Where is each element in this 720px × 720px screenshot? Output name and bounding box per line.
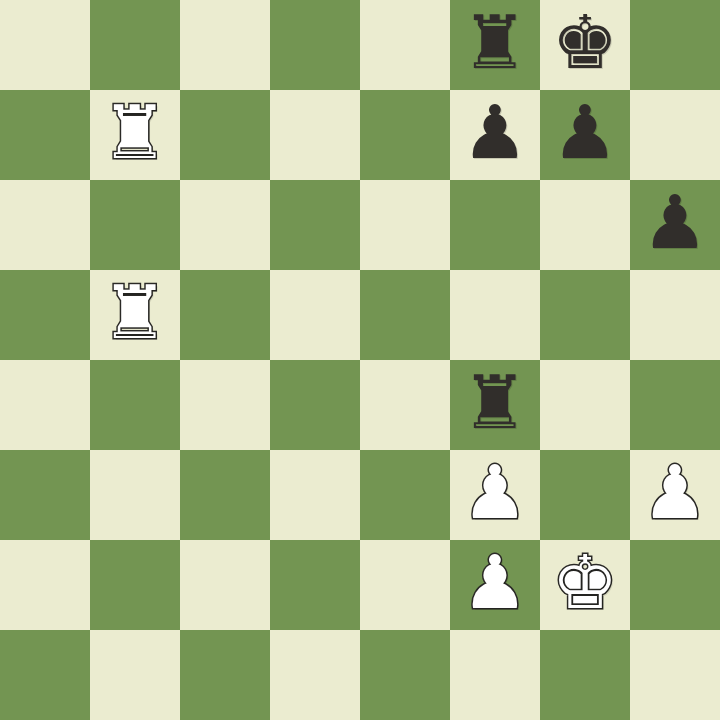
square-f5[interactable]: [450, 270, 540, 360]
piece-black-pawn[interactable]: ♟: [642, 177, 708, 267]
square-h4[interactable]: [630, 360, 720, 450]
square-c1[interactable]: [180, 630, 270, 720]
square-h3[interactable]: ♟: [630, 450, 720, 540]
square-h7[interactable]: [630, 90, 720, 180]
square-g5[interactable]: [540, 270, 630, 360]
square-a2[interactable]: [0, 540, 90, 630]
square-c8[interactable]: [180, 0, 270, 90]
piece-black-king[interactable]: ♚: [552, 0, 618, 87]
square-b2[interactable]: [90, 540, 180, 630]
square-a5[interactable]: [0, 270, 90, 360]
square-f3[interactable]: ♟: [450, 450, 540, 540]
square-a4[interactable]: [0, 360, 90, 450]
square-d6[interactable]: [270, 180, 360, 270]
square-g8[interactable]: ♚: [540, 0, 630, 90]
chess-board: ♜♚♜♟♟♟♜♜♟♟♟♚: [0, 0, 720, 720]
square-g7[interactable]: ♟: [540, 90, 630, 180]
square-a3[interactable]: [0, 450, 90, 540]
piece-black-rook[interactable]: ♜: [462, 0, 528, 87]
square-d8[interactable]: [270, 0, 360, 90]
piece-white-rook[interactable]: ♜: [102, 87, 168, 177]
square-f2[interactable]: ♟: [450, 540, 540, 630]
square-h1[interactable]: [630, 630, 720, 720]
piece-black-pawn[interactable]: ♟: [552, 87, 618, 177]
square-h6[interactable]: ♟: [630, 180, 720, 270]
piece-white-pawn[interactable]: ♟: [642, 447, 708, 537]
square-b4[interactable]: [90, 360, 180, 450]
square-a7[interactable]: [0, 90, 90, 180]
square-d3[interactable]: [270, 450, 360, 540]
square-d5[interactable]: [270, 270, 360, 360]
square-b5[interactable]: ♜: [90, 270, 180, 360]
piece-white-king[interactable]: ♚: [552, 537, 618, 627]
square-c3[interactable]: [180, 450, 270, 540]
square-b8[interactable]: [90, 0, 180, 90]
square-e5[interactable]: [360, 270, 450, 360]
square-e3[interactable]: [360, 450, 450, 540]
square-h8[interactable]: [630, 0, 720, 90]
square-a6[interactable]: [0, 180, 90, 270]
square-e6[interactable]: [360, 180, 450, 270]
square-e1[interactable]: [360, 630, 450, 720]
square-a1[interactable]: [0, 630, 90, 720]
square-b1[interactable]: [90, 630, 180, 720]
square-g2[interactable]: ♚: [540, 540, 630, 630]
square-g1[interactable]: [540, 630, 630, 720]
square-c6[interactable]: [180, 180, 270, 270]
square-e8[interactable]: [360, 0, 450, 90]
square-f4[interactable]: ♜: [450, 360, 540, 450]
square-f8[interactable]: ♜: [450, 0, 540, 90]
piece-black-rook[interactable]: ♜: [462, 357, 528, 447]
square-g4[interactable]: [540, 360, 630, 450]
square-b3[interactable]: [90, 450, 180, 540]
square-g3[interactable]: [540, 450, 630, 540]
square-e2[interactable]: [360, 540, 450, 630]
square-g6[interactable]: [540, 180, 630, 270]
square-c2[interactable]: [180, 540, 270, 630]
square-d2[interactable]: [270, 540, 360, 630]
square-h2[interactable]: [630, 540, 720, 630]
piece-white-pawn[interactable]: ♟: [462, 537, 528, 627]
square-c5[interactable]: [180, 270, 270, 360]
piece-white-pawn[interactable]: ♟: [462, 447, 528, 537]
square-b7[interactable]: ♜: [90, 90, 180, 180]
square-f6[interactable]: [450, 180, 540, 270]
piece-black-pawn[interactable]: ♟: [462, 87, 528, 177]
square-e4[interactable]: [360, 360, 450, 450]
square-c4[interactable]: [180, 360, 270, 450]
square-a8[interactable]: [0, 0, 90, 90]
square-d4[interactable]: [270, 360, 360, 450]
square-f1[interactable]: [450, 630, 540, 720]
square-d1[interactable]: [270, 630, 360, 720]
square-f7[interactable]: ♟: [450, 90, 540, 180]
square-h5[interactable]: [630, 270, 720, 360]
square-b6[interactable]: [90, 180, 180, 270]
square-d7[interactable]: [270, 90, 360, 180]
piece-white-rook[interactable]: ♜: [102, 267, 168, 357]
square-e7[interactable]: [360, 90, 450, 180]
square-c7[interactable]: [180, 90, 270, 180]
